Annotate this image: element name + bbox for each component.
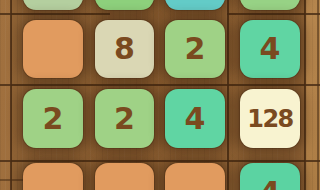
tile-value: 128 (247, 107, 293, 131)
empty-cell (23, 20, 83, 78)
tile-128: 128 (240, 89, 300, 148)
partial-tile (165, 0, 225, 10)
tile-value: 2 (114, 104, 135, 134)
tile-value: 4 (260, 178, 281, 190)
tile-value: 2 (185, 34, 206, 64)
game-2048-board-view: 8242241284 (0, 0, 320, 190)
tile-2: 2 (95, 89, 154, 148)
tile-value: 4 (185, 104, 206, 134)
tile-2: 2 (165, 20, 225, 78)
tile-4: 4 (240, 163, 300, 190)
tile-4: 4 (165, 89, 225, 148)
empty-cell (165, 163, 225, 190)
tile-4: 4 (240, 20, 300, 78)
tile-value: 4 (260, 34, 281, 64)
tile-8: 8 (95, 20, 154, 78)
tile-value: 2 (43, 104, 64, 134)
empty-cell (23, 163, 83, 190)
tile-2: 2 (23, 89, 83, 148)
partial-tile (23, 0, 83, 10)
partial-tile (240, 0, 300, 10)
tile-value: 8 (114, 34, 135, 64)
partial-tile (95, 0, 154, 10)
board[interactable]: 8242241284 (23, 0, 300, 190)
empty-cell (95, 163, 154, 190)
